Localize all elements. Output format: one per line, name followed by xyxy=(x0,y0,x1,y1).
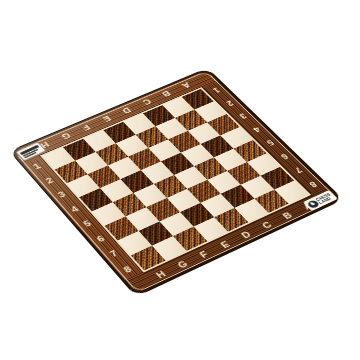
knight-glyph: ♞ xyxy=(308,201,317,208)
board-frame: HGFEDCBA HGFEDCBA 12345678 12345678 ♞ CH… xyxy=(9,68,344,297)
playing-field xyxy=(40,87,311,272)
product-photo-background: HGFEDCBA HGFEDCBA 12345678 12345678 ♞ CH… xyxy=(0,0,360,360)
chessboard[interactable]: HGFEDCBA HGFEDCBA 12345678 12345678 ♞ CH… xyxy=(9,68,344,297)
